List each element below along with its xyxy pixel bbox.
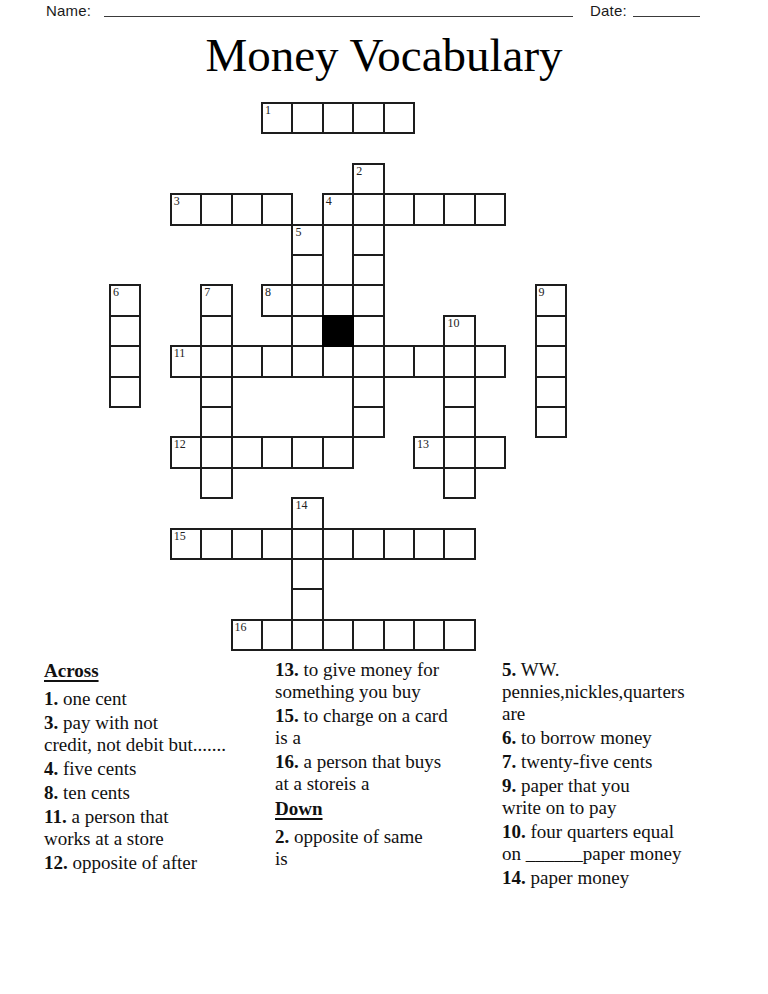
grid-cell-r5c9[interactable] [352, 224, 384, 256]
grid-cell-r8c1[interactable] [109, 315, 141, 347]
clue-text: four quarters equal on ______paper money [502, 821, 681, 864]
grid-cell-r13c12[interactable] [443, 467, 475, 499]
clue-text: opposite of same is [275, 826, 423, 869]
grid-cell-r12c4[interactable] [200, 436, 232, 468]
grid-cell-r1c8[interactable] [322, 102, 354, 134]
grid-cell-r4c10[interactable] [383, 193, 415, 225]
clue-text: ten cents [58, 782, 130, 803]
grid-cell-r9c12[interactable] [443, 345, 475, 377]
cell-number: 10 [447, 317, 459, 329]
down-header: Down [275, 797, 505, 821]
grid-cell-r9c11[interactable] [413, 345, 445, 377]
cell-number: 11 [174, 347, 186, 359]
grid-cell-r11c15[interactable] [535, 406, 567, 438]
grid-cell-r4c11[interactable] [413, 193, 445, 225]
cell-number: 1 [265, 104, 271, 116]
grid-cell-r9c13[interactable] [474, 345, 506, 377]
grid-cell-r9c15[interactable] [535, 345, 567, 377]
clue-5: 5. WW. pennies,nickles,quarters are [502, 659, 757, 725]
grid-cell-r15c10[interactable] [383, 528, 415, 560]
grid-cell-r18c6[interactable] [261, 619, 293, 651]
grid-cell-r18c7[interactable] [291, 619, 323, 651]
grid-cell-r12c5[interactable] [231, 436, 263, 468]
date-input-line[interactable] [633, 16, 700, 17]
grid-cell-r3c9[interactable]: 2 [352, 163, 384, 195]
clue-8: 8. ten cents [44, 782, 274, 804]
grid-cell-r15c5[interactable] [231, 528, 263, 560]
grid-cell-r15c6[interactable] [261, 528, 293, 560]
grid-cell-r7c6[interactable]: 8 [261, 284, 293, 316]
grid-cell-r9c7[interactable] [291, 345, 323, 377]
grid-cell-r4c3[interactable]: 3 [170, 193, 202, 225]
grid-cell-r11c12[interactable] [443, 406, 475, 438]
clue-text: a person that buys at a storeis a [275, 751, 441, 794]
clue-column-3: 5. WW. pennies,nickles,quarters are6. to… [502, 659, 757, 891]
clue-text: to give money for something you buy [275, 659, 439, 702]
grid-cell-r9c8[interactable] [322, 345, 354, 377]
grid-cell-r12c3[interactable]: 12 [170, 436, 202, 468]
grid-cell-r7c1[interactable]: 6 [109, 284, 141, 316]
grid-cell-r15c12[interactable] [443, 528, 475, 560]
clue-text: paper money [526, 867, 629, 888]
clue-3: 3. pay with not credit, not debit but...… [44, 712, 274, 756]
grid-cell-r12c12[interactable] [443, 436, 475, 468]
clue-text: paper that you write on to pay [502, 775, 630, 818]
grid-cell-r8c7[interactable] [291, 315, 323, 347]
grid-cell-r8c9[interactable] [352, 315, 384, 347]
clue-number: 10. [502, 821, 526, 842]
cell-number: 7 [204, 286, 210, 298]
cell-number: 14 [295, 499, 307, 511]
grid-cell-r1c6[interactable]: 1 [261, 102, 293, 134]
grid-cell-r17c7[interactable] [291, 588, 323, 620]
name-input-line[interactable] [104, 16, 573, 17]
grid-cell-r7c8[interactable] [322, 284, 354, 316]
cell-number: 13 [417, 438, 429, 450]
grid-cell-r10c4[interactable] [200, 376, 232, 408]
grid-cell-r9c9[interactable] [352, 345, 384, 377]
grid-cell-r9c3[interactable]: 11 [170, 345, 202, 377]
clue-14: 14. paper money [502, 867, 757, 889]
grid-cell-r10c1[interactable] [109, 376, 141, 408]
clue-number: 1. [44, 688, 58, 709]
grid-cell-r18c11[interactable] [413, 619, 445, 651]
grid-cell-r10c15[interactable] [535, 376, 567, 408]
clue-number: 8. [44, 782, 58, 803]
grid-cell-r5c7[interactable]: 5 [291, 224, 323, 256]
clue-text: opposite of after [68, 852, 197, 873]
clue-13: 13. to give money for something you buy [275, 659, 505, 703]
clue-number: 14. [502, 867, 526, 888]
cell-number: 8 [265, 286, 271, 298]
grid-cell-r13c4[interactable] [200, 467, 232, 499]
cell-number: 4 [326, 195, 332, 207]
grid-cell-r12c7[interactable] [291, 436, 323, 468]
grid-cell-r4c5[interactable] [231, 193, 263, 225]
grid-cell-r7c15[interactable]: 9 [535, 284, 567, 316]
clue-15: 15. to charge on a card is a [275, 705, 505, 749]
worksheet-page: Name: Date: Money Vocabulary 12345678910… [0, 0, 768, 994]
clue-text: one cent [58, 688, 127, 709]
grid-cell-r18c8[interactable] [322, 619, 354, 651]
clue-number: 12. [44, 852, 68, 873]
grid-cell-r1c10[interactable] [383, 102, 415, 134]
crossword-grid: 12345678910111213141516 [110, 103, 568, 652]
grid-cell-r14c7[interactable]: 14 [291, 497, 323, 529]
clue-1: 1. one cent [44, 688, 274, 710]
clue-text: to charge on a card is a [275, 705, 448, 748]
grid-cell-r8c12[interactable]: 10 [443, 315, 475, 347]
grid-cell-r15c9[interactable] [352, 528, 384, 560]
cell-number: 6 [113, 286, 119, 298]
clue-2: 2. opposite of same is [275, 826, 505, 870]
grid-cell-r15c4[interactable] [200, 528, 232, 560]
grid-cell-r12c6[interactable] [261, 436, 293, 468]
grid-cell-r4c8[interactable]: 4 [322, 193, 354, 225]
grid-cell-r4c4[interactable] [200, 193, 232, 225]
across-header: Across [44, 659, 274, 683]
cell-number: 5 [295, 226, 301, 238]
cell-number: 15 [174, 530, 186, 542]
grid-cell-r9c4[interactable] [200, 345, 232, 377]
clue-number: 2. [275, 826, 289, 847]
grid-cell-r9c10[interactable] [383, 345, 415, 377]
clue-10: 10. four quarters equal on ______paper m… [502, 821, 757, 865]
grid-cell-r9c6[interactable] [261, 345, 293, 377]
grid-cell-r7c9[interactable] [352, 284, 384, 316]
clue-9: 9. paper that you write on to pay [502, 775, 757, 819]
cell-number: 12 [174, 438, 186, 450]
clue-number: 13. [275, 659, 299, 680]
grid-cell-r6c7[interactable] [291, 254, 323, 286]
date-label: Date: [590, 2, 627, 19]
grid-cell-r8c4[interactable] [200, 315, 232, 347]
page-title: Money Vocabulary [0, 30, 768, 80]
clue-number: 4. [44, 758, 58, 779]
name-label: Name: [46, 2, 91, 19]
grid-cell-r18c12[interactable] [443, 619, 475, 651]
clue-text: five cents [58, 758, 136, 779]
grid-cell-r12c8[interactable] [322, 436, 354, 468]
grid-cell-r18c5[interactable]: 16 [231, 619, 263, 651]
grid-cell-r7c4[interactable]: 7 [200, 284, 232, 316]
grid-cell-r15c3[interactable]: 15 [170, 528, 202, 560]
clue-number: 6. [502, 727, 516, 748]
grid-cell-r4c9[interactable] [352, 193, 384, 225]
grid-cell-r15c11[interactable] [413, 528, 445, 560]
grid-cell-r18c9[interactable] [352, 619, 384, 651]
cell-number: 9 [539, 286, 545, 298]
grid-cell-r10c12[interactable] [443, 376, 475, 408]
clue-text: to borrow money [516, 727, 652, 748]
grid-cell-r7c7[interactable] [291, 284, 323, 316]
cell-number: 16 [235, 621, 247, 633]
clue-number: 9. [502, 775, 516, 796]
grid-cell-r6c9[interactable] [352, 254, 384, 286]
grid-cell-r4c12[interactable] [443, 193, 475, 225]
grid-cell-r1c7[interactable] [291, 102, 323, 134]
grid-cell-r9c1[interactable] [109, 345, 141, 377]
clue-number: 5. [502, 659, 516, 680]
clue-4: 4. five cents [44, 758, 274, 780]
grid-cell-r12c11[interactable]: 13 [413, 436, 445, 468]
grid-cell-r4c13[interactable] [474, 193, 506, 225]
cell-number: 3 [174, 195, 180, 207]
clue-12: 12. opposite of after [44, 852, 274, 874]
grid-cell-r8c15[interactable] [535, 315, 567, 347]
grid-cell-r9c5[interactable] [231, 345, 263, 377]
clue-column-2: 13. to give money for something you buy1… [275, 659, 505, 872]
grid-cell-r4c6[interactable] [261, 193, 293, 225]
grid-cell-r18c10[interactable] [383, 619, 415, 651]
grid-cell-r10c9[interactable] [352, 376, 384, 408]
grid-cell-r12c13[interactable] [474, 436, 506, 468]
clue-text: WW. pennies,nickles,quarters are [502, 659, 685, 724]
clue-column-1: Across1. one cent3. pay with not credit,… [44, 659, 274, 876]
grid-cell-r11c9[interactable] [352, 406, 384, 438]
grid-cell-r15c7[interactable] [291, 528, 323, 560]
clue-number: 16. [275, 751, 299, 772]
clue-number: 7. [502, 751, 516, 772]
grid-cell-r15c8[interactable] [322, 528, 354, 560]
clue-11: 11. a person that works at a store [44, 806, 274, 850]
clue-16: 16. a person that buys at a storeis a [275, 751, 505, 795]
grid-cell-r1c9[interactable] [352, 102, 384, 134]
grid-cell-r11c4[interactable] [200, 406, 232, 438]
clue-7: 7. twenty-five cents [502, 751, 757, 773]
cell-number: 2 [356, 165, 362, 177]
clue-number: 3. [44, 712, 58, 733]
clue-number: 11. [44, 806, 67, 827]
clue-text: pay with not credit, not debit but......… [44, 712, 226, 755]
clue-number: 15. [275, 705, 299, 726]
clue-text: twenty-five cents [516, 751, 652, 772]
grid-cell-r16c7[interactable] [291, 558, 323, 590]
clue-6: 6. to borrow money [502, 727, 757, 749]
black-cell [322, 315, 354, 347]
